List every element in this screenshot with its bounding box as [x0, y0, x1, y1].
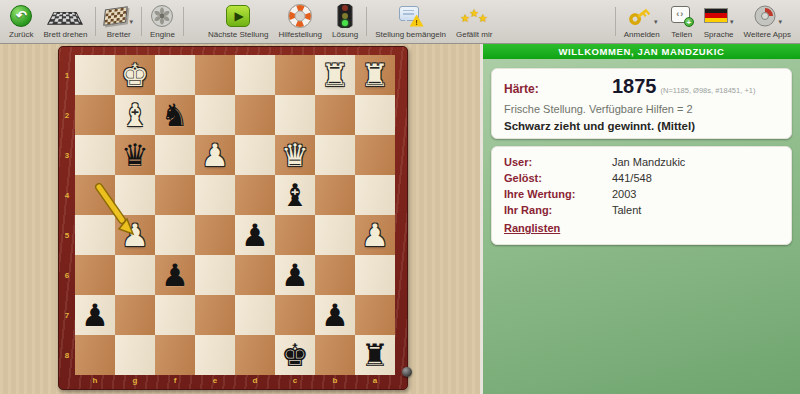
toolbar-button-naechste-stellung[interactable]: ▶Nächste Stellung — [203, 0, 273, 43]
square-a3[interactable] — [355, 135, 395, 175]
toolbar-button-label: Engine — [150, 30, 175, 39]
white-king: ♚ — [115, 55, 155, 95]
square-b6[interactable] — [315, 255, 355, 295]
square-e2[interactable] — [195, 95, 235, 135]
square-f7[interactable] — [155, 295, 195, 335]
square-e8[interactable] — [195, 335, 235, 375]
rank-label: 6 — [59, 255, 75, 295]
square-g1[interactable]: ♚ — [115, 55, 155, 95]
white-rook: ♜ — [315, 55, 355, 95]
square-b3[interactable] — [315, 135, 355, 175]
black-knight: ♞ — [155, 95, 195, 135]
share-icon: ‹›+ — [670, 5, 694, 27]
user-row-value: Jan Mandzukic — [612, 154, 685, 170]
rank-label: 8 — [59, 335, 75, 375]
square-a1[interactable]: ♜ — [355, 55, 395, 95]
toolbar-button-stellung-bemaengeln[interactable]: !Stellung bemängeln — [370, 0, 451, 43]
difficulty-row: Härte: 1875 (N=1185, Ø98s, #18451, +1) — [504, 75, 779, 98]
black-pawn: ♟ — [275, 255, 315, 295]
rank-label: 1 — [59, 55, 75, 95]
square-g4[interactable] — [115, 175, 155, 215]
toolbar-button-sprache[interactable]: ▾Sprache — [699, 0, 739, 43]
chess-board-frame: 12345678 ♚♜♜♝♞♛♟♛♝♟♟♟♟♟♟♟♚♜ hgfedcba — [58, 46, 408, 390]
square-b7[interactable]: ♟ — [315, 295, 355, 335]
toolbar-separator — [141, 7, 142, 36]
icon-wrap: ▶ — [226, 2, 250, 29]
toolbar-left-group: ↶ZurückBrett drehen▾BretterEngine▶Nächst… — [4, 0, 497, 43]
square-d7[interactable] — [235, 295, 275, 335]
square-a2[interactable] — [355, 95, 395, 135]
rank-label: 7 — [59, 295, 75, 335]
square-f3[interactable] — [155, 135, 195, 175]
toolbar-separator — [366, 7, 367, 36]
square-g3[interactable]: ♛ — [115, 135, 155, 175]
square-d8[interactable] — [235, 335, 275, 375]
icon-wrap: ▾ — [626, 2, 658, 29]
black-pawn: ♟ — [75, 295, 115, 335]
toolbar-button-engine[interactable]: Engine — [145, 0, 180, 43]
toolbar-button-hilfestellung[interactable]: Hilfestellung — [273, 0, 327, 43]
toolbar-button-label: Teilen — [671, 30, 692, 39]
square-h5[interactable] — [75, 215, 115, 255]
task-text: Schwarz zieht und gewinnt. (Mittel) — [504, 120, 779, 132]
icon-wrap: ↶ — [10, 2, 32, 29]
square-g2[interactable]: ♝ — [115, 95, 155, 135]
toolbar-button-label: Gefällt mir — [456, 30, 492, 39]
rank-label: 3 — [59, 135, 75, 175]
file-label: b — [315, 373, 355, 389]
square-h8[interactable] — [75, 335, 115, 375]
chess-board[interactable]: ♚♜♜♝♞♛♟♛♝♟♟♟♟♟♟♟♚♜ — [75, 55, 395, 375]
white-pawn: ♟ — [115, 215, 155, 255]
file-label: e — [195, 373, 235, 389]
dropdown-arrow-icon: ▾ — [730, 18, 734, 26]
file-label: c — [275, 373, 315, 389]
stars-icon: ★★★ — [460, 7, 488, 25]
toolbar-button-teilen[interactable]: ‹›+Teilen — [665, 0, 699, 43]
square-e4[interactable] — [195, 175, 235, 215]
file-label: d — [235, 373, 275, 389]
main-content: 12345678 ♚♜♜♝♞♛♟♛♝♟♟♟♟♟♟♟♚♜ hgfedcba WIL… — [0, 44, 800, 394]
rank-label: 4 — [59, 175, 75, 215]
icon-wrap: ‹›+ — [670, 2, 694, 29]
user-row-label: Gelöst: — [504, 170, 612, 186]
toolbar: ↶ZurückBrett drehen▾BretterEngine▶Nächst… — [0, 0, 800, 44]
square-c5[interactable] — [275, 215, 315, 255]
file-label: h — [75, 373, 115, 389]
toolbar-button-gefaellt-mir[interactable]: ★★★Gefällt mir — [451, 0, 497, 43]
black-rook: ♜ — [355, 335, 395, 375]
board-pane: 12345678 ♚♜♜♝♞♛♟♛♝♟♟♟♟♟♟♟♚♜ hgfedcba — [0, 44, 480, 394]
user-info-row: Ihre Wertung:2003 — [504, 186, 779, 202]
icon-wrap — [51, 2, 79, 29]
white-pawn: ♟ — [195, 135, 235, 175]
puzzle-info-card: Härte: 1875 (N=1185, Ø98s, #18451, +1) F… — [491, 68, 792, 139]
rank-coordinates: 12345678 — [59, 55, 75, 375]
square-e3[interactable]: ♟ — [195, 135, 235, 175]
toolbar-button-label: Lösung — [332, 30, 358, 39]
file-label: a — [355, 373, 395, 389]
toolbar-button-label: Brett drehen — [43, 30, 87, 39]
square-d4[interactable] — [235, 175, 275, 215]
square-a5[interactable]: ♟ — [355, 215, 395, 255]
engine-icon — [150, 4, 174, 28]
square-d6[interactable] — [235, 255, 275, 295]
square-g7[interactable] — [115, 295, 155, 335]
square-f5[interactable] — [155, 215, 195, 255]
square-d2[interactable] — [235, 95, 275, 135]
square-e1[interactable] — [195, 55, 235, 95]
square-c1[interactable] — [275, 55, 315, 95]
square-g5[interactable]: ♟ — [115, 215, 155, 255]
toolbar-button-loesung[interactable]: Lösung — [327, 0, 363, 43]
square-g8[interactable] — [115, 335, 155, 375]
black-pawn: ♟ — [235, 215, 275, 255]
square-h6[interactable] — [75, 255, 115, 295]
black-king: ♚ — [275, 335, 315, 375]
dropdown-arrow-icon: ▾ — [779, 18, 783, 26]
square-f2[interactable]: ♞ — [155, 95, 195, 135]
toolbar-button-label: Sprache — [704, 30, 734, 39]
square-h7[interactable]: ♟ — [75, 295, 115, 335]
file-coordinates: hgfedcba — [75, 373, 395, 389]
square-d3[interactable] — [235, 135, 275, 175]
info-panel: WILLKOMMEN, JAN MANDZUKIC Härte: 1875 (N… — [480, 44, 800, 394]
icon-wrap: ▾ — [704, 2, 734, 29]
user-info-row: Ihr Rang:Talent — [504, 202, 779, 218]
toolbar-button-label: Anmelden — [624, 30, 660, 39]
square-b1[interactable]: ♜ — [315, 55, 355, 95]
square-f4[interactable] — [155, 175, 195, 215]
square-c4[interactable]: ♝ — [275, 175, 315, 215]
square-a6[interactable] — [355, 255, 395, 295]
white-bishop: ♝ — [115, 95, 155, 135]
back-icon: ↶ — [10, 5, 32, 27]
square-a7[interactable] — [355, 295, 395, 335]
toolbar-right-group: ▾Anmelden‹›+Teilen▾Sprache▾Weitere Apps — [612, 0, 796, 43]
report-icon: ! — [398, 5, 424, 27]
welcome-banner: WILLKOMMEN, JAN MANDZUKIC — [483, 44, 800, 59]
black-pawn: ♟ — [155, 255, 195, 295]
dropdown-arrow-icon: ▾ — [129, 18, 133, 26]
apps-icon — [753, 4, 777, 28]
square-h3[interactable] — [75, 135, 115, 175]
toolbar-button-label: Bretter — [107, 30, 131, 39]
square-e6[interactable] — [195, 255, 235, 295]
fresh-position-text: Frische Stellung. Verfügbare Hilfen = 2 — [504, 103, 779, 115]
toolbar-button-zurueck[interactable]: ↶Zurück — [4, 0, 38, 43]
user-row-label: User: — [504, 154, 612, 170]
key-icon — [626, 4, 652, 28]
square-a4[interactable] — [355, 175, 395, 215]
square-c3[interactable]: ♛ — [275, 135, 315, 175]
difficulty-value: 1875 — [612, 75, 657, 98]
square-c2[interactable] — [275, 95, 315, 135]
white-queen: ♛ — [275, 135, 315, 175]
toolbar-button-label: Zurück — [9, 30, 33, 39]
square-d1[interactable] — [235, 55, 275, 95]
file-label: f — [155, 373, 195, 389]
user-info-row: User:Jan Mandzukic — [504, 154, 779, 170]
app-window: ↶ZurückBrett drehen▾BretterEngine▶Nächst… — [0, 0, 800, 394]
difficulty-stats: (N=1185, Ø98s, #18451, +1) — [661, 86, 756, 95]
icon-wrap: ★★★ — [460, 2, 488, 29]
toolbar-button-label: Weitere Apps — [744, 30, 791, 39]
square-h4[interactable] — [75, 175, 115, 215]
square-c8[interactable]: ♚ — [275, 335, 315, 375]
boards-icon — [104, 6, 128, 26]
board-frame-knob — [402, 367, 412, 377]
black-pawn: ♟ — [315, 295, 355, 335]
square-b5[interactable] — [315, 215, 355, 255]
square-a8[interactable]: ♜ — [355, 335, 395, 375]
user-info-card: User:Jan MandzukicGelöst:441/548Ihre Wer… — [491, 146, 792, 245]
white-pawn: ♟ — [355, 215, 395, 255]
square-g6[interactable] — [115, 255, 155, 295]
square-e7[interactable] — [195, 295, 235, 335]
square-b8[interactable] — [315, 335, 355, 375]
square-b4[interactable] — [315, 175, 355, 215]
square-f6[interactable]: ♟ — [155, 255, 195, 295]
user-row-label: Ihr Rang: — [504, 202, 612, 218]
user-rows: User:Jan MandzukicGelöst:441/548Ihre Wer… — [504, 154, 779, 218]
toolbar-separator — [95, 7, 96, 36]
flip-board-icon — [47, 12, 83, 25]
icon-wrap: ▾ — [753, 2, 783, 29]
black-bishop: ♝ — [275, 175, 315, 215]
dropdown-arrow-icon: ▾ — [654, 18, 658, 26]
toolbar-separator — [615, 7, 616, 36]
user-row-value: Talent — [612, 202, 641, 218]
user-row-value: 441/548 — [612, 170, 652, 186]
toolbar-button-label: Stellung bemängeln — [375, 30, 446, 39]
user-row-value: 2003 — [612, 186, 636, 202]
white-rook: ♜ — [355, 55, 395, 95]
toolbar-button-weitere-apps[interactable]: ▾Weitere Apps — [739, 0, 796, 43]
square-b2[interactable] — [315, 95, 355, 135]
toolbar-separator — [183, 7, 184, 36]
square-c6[interactable]: ♟ — [275, 255, 315, 295]
next-position-icon: ▶ — [226, 5, 250, 27]
black-queen: ♛ — [115, 135, 155, 175]
icon-wrap: ▾ — [104, 2, 133, 29]
difficulty-label: Härte: — [504, 82, 612, 96]
square-h2[interactable] — [75, 95, 115, 135]
german-flag-icon — [704, 8, 728, 23]
icon-wrap — [150, 2, 174, 29]
lifebuoy-icon — [287, 3, 313, 29]
toolbar-button-label: Nächste Stellung — [208, 30, 268, 39]
square-e5[interactable] — [195, 215, 235, 255]
ranking-link[interactable]: Ranglisten — [504, 222, 560, 234]
square-f1[interactable] — [155, 55, 195, 95]
traffic-light-icon — [339, 4, 351, 28]
user-row-label: Ihre Wertung: — [504, 186, 612, 202]
toolbar-button-anmelden[interactable]: ▾Anmelden — [619, 0, 665, 43]
rank-label: 2 — [59, 95, 75, 135]
file-label: g — [115, 373, 155, 389]
square-f8[interactable] — [155, 335, 195, 375]
toolbar-button-bretter[interactable]: ▾Bretter — [99, 0, 138, 43]
icon-wrap — [287, 2, 313, 29]
square-h1[interactable] — [75, 55, 115, 95]
toolbar-button-label: Hilfestellung — [278, 30, 322, 39]
icon-wrap — [339, 2, 351, 29]
toolbar-button-brett-drehen[interactable]: Brett drehen — [38, 0, 92, 43]
icon-wrap: ! — [398, 2, 424, 29]
rank-label: 5 — [59, 215, 75, 255]
square-c7[interactable] — [275, 295, 315, 335]
user-info-row: Gelöst:441/548 — [504, 170, 779, 186]
square-d5[interactable]: ♟ — [235, 215, 275, 255]
